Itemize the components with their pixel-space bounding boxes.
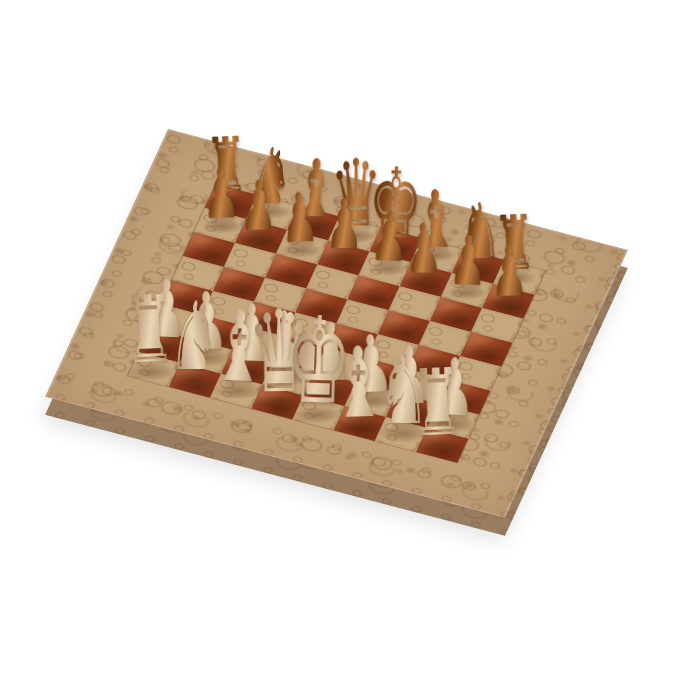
piece-black-pawn-h7: ♟ <box>489 238 529 308</box>
piece-black-pawn-d7: ♟ <box>325 192 363 261</box>
piece-white-rook-h1: ♜ <box>410 357 465 451</box>
piece-black-pawn-b7: ♟ <box>239 173 278 242</box>
piece-black-pawn-f7: ♟ <box>404 215 443 284</box>
piece-black-pawn-g7: ♟ <box>448 227 488 297</box>
piece-black-pawn-c7: ♟ <box>279 184 320 254</box>
marble-chess-set-photo: ♜♞♝♛♚♝♞♜♟♟♟♟♟♟♟♟♟♟♟♟♟♟♟♟♜♞♝♛♚♝♞♜ <box>0 0 690 690</box>
piece-black-pawn-a7: ♟ <box>201 161 241 231</box>
